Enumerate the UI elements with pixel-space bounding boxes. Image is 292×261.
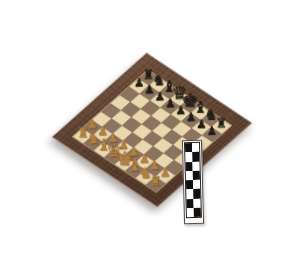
- scale-cell-5-1: [193, 189, 200, 198]
- photo-scale-bar: [182, 140, 204, 224]
- scale-cell-1-1: [192, 152, 199, 161]
- scale-cell-3-1: [193, 171, 200, 180]
- scale-bar-checker: [185, 143, 201, 217]
- scale-cell-6-1: [193, 198, 200, 207]
- square-h1[interactable]: ♜: [146, 177, 166, 192]
- board-grid: ♜♞♝♛♚♝♞♜♟♟♟♟♟♟♟♟♟♟♟♟♟♟♟♟♜♞♝♛♚♝♞♜: [73, 70, 231, 192]
- photo-background: ♜♞♝♛♚♝♞♜♟♟♟♟♟♟♟♟♟♟♟♟♟♟♟♟♜♞♝♛♚♝♞♜: [0, 0, 292, 261]
- scale-cell-7-1: [194, 208, 201, 217]
- scale-cell-4-1: [193, 180, 200, 189]
- black-pawn[interactable]: ♟: [205, 124, 219, 138]
- chess-board: ♜♞♝♛♚♝♞♜♟♟♟♟♟♟♟♟♟♟♟♟♟♟♟♟♜♞♝♛♚♝♞♜: [77, 71, 226, 190]
- board-frame: ♜♞♝♛♚♝♞♜♟♟♟♟♟♟♟♟♟♟♟♟♟♟♟♟♜♞♝♛♚♝♞♜: [52, 53, 252, 207]
- scale-cell-0-1: [192, 143, 199, 152]
- scale-cell-2-1: [192, 161, 199, 170]
- white-rook[interactable]: ♜: [149, 173, 163, 187]
